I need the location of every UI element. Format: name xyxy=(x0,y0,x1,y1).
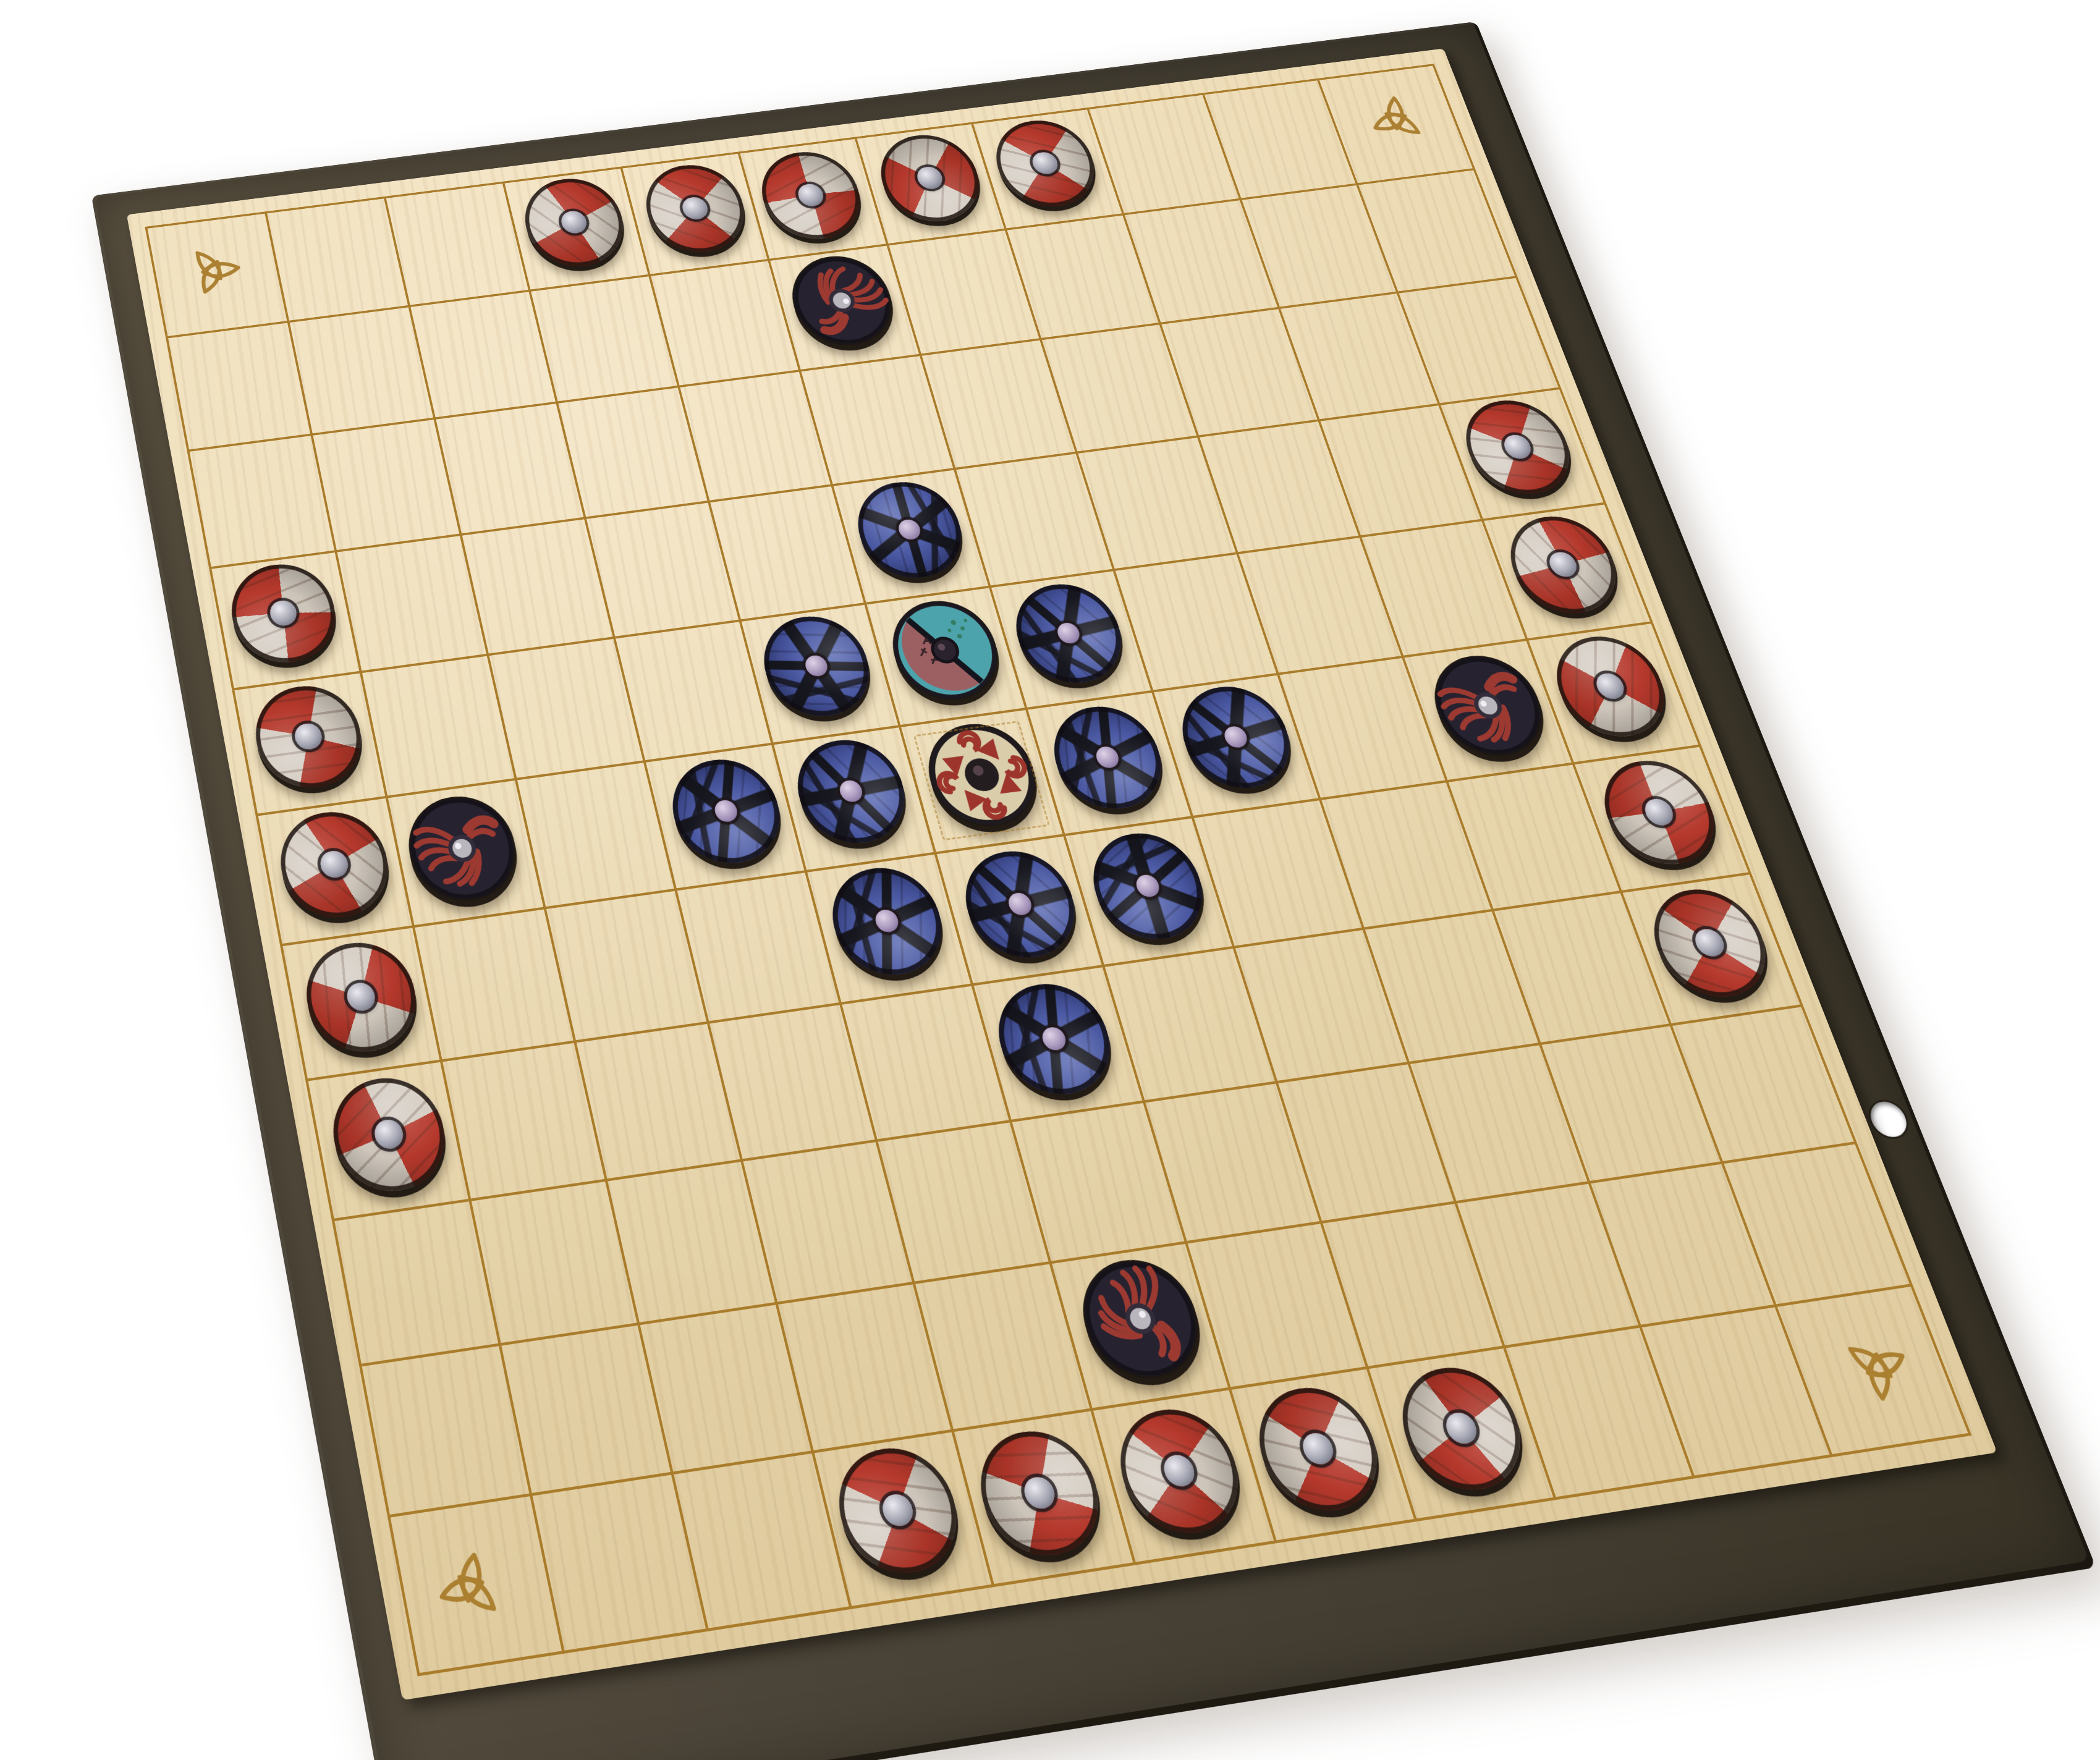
attacker-shield-piece[interactable] xyxy=(636,159,754,257)
attacker-raven-piece[interactable] xyxy=(1420,649,1556,762)
attacker-shield-piece[interactable] xyxy=(967,1423,1112,1563)
attacker-shield-piece[interactable] xyxy=(826,1441,970,1581)
board-cell-b3[interactable] xyxy=(313,420,462,552)
triquetra-icon xyxy=(166,229,268,320)
attacker-raven-piece[interactable] xyxy=(781,250,902,351)
board-cell-a4[interactable] xyxy=(211,552,362,690)
attacker-shield-piece[interactable] xyxy=(1496,510,1630,619)
attacker-shield-piece[interactable] xyxy=(1541,630,1679,742)
board-cell-a3[interactable] xyxy=(190,436,337,569)
defender-shield-piece[interactable] xyxy=(1004,578,1133,688)
attacker-shield-piece[interactable] xyxy=(247,680,370,794)
defender-shield-piece[interactable] xyxy=(1080,827,1215,946)
board-cell-a6[interactable] xyxy=(258,798,415,946)
raven-shield-face xyxy=(396,786,528,911)
game-board xyxy=(127,48,1997,1700)
attacker-shield-piece[interactable] xyxy=(1638,882,1781,1003)
attacker-shield-piece[interactable] xyxy=(223,558,344,668)
attacker-shield-piece[interactable] xyxy=(984,115,1106,211)
special-defender-face xyxy=(886,601,1004,700)
board-cell-a2[interactable] xyxy=(168,323,313,452)
defender-shield-piece[interactable] xyxy=(661,753,790,869)
attacker-shield-piece[interactable] xyxy=(1244,1380,1392,1518)
attacker-shield-piece[interactable] xyxy=(1589,754,1729,871)
attacker-shield-piece[interactable] xyxy=(752,146,871,244)
triquetra-icon xyxy=(1358,90,1434,159)
attacker-shield-piece[interactable] xyxy=(1106,1402,1253,1541)
attacker-raven-piece[interactable] xyxy=(1069,1252,1212,1386)
attacker-shield-piece[interactable] xyxy=(297,936,425,1058)
board-cell-a1[interactable] xyxy=(148,213,290,338)
board-cell-a5[interactable] xyxy=(234,673,387,816)
defender-shield-piece[interactable] xyxy=(753,610,880,722)
defender-shield-piece[interactable] xyxy=(1169,680,1303,795)
board-perspective-wrapper xyxy=(91,22,2096,1760)
board-cell-a8[interactable] xyxy=(308,1062,472,1221)
attacker-raven-piece[interactable] xyxy=(399,790,525,908)
attacker-shield-piece[interactable] xyxy=(870,129,989,226)
board-frame xyxy=(91,22,2096,1760)
defender-shield-piece[interactable] xyxy=(1041,700,1174,815)
attacker-shield-piece[interactable] xyxy=(1386,1360,1536,1497)
raven-shield-face xyxy=(1065,1248,1215,1390)
board-scene xyxy=(185,4,1768,1638)
triquetra-icon xyxy=(1813,1313,1934,1428)
defender-special-piece[interactable] xyxy=(881,594,1009,706)
attacker-shield-piece[interactable] xyxy=(272,805,397,923)
king-piece[interactable] xyxy=(916,717,1048,833)
board-grid xyxy=(145,64,1971,1677)
defender-shield-piece[interactable] xyxy=(985,977,1122,1101)
defender-shield-piece[interactable] xyxy=(786,734,917,850)
board-cell-a7[interactable] xyxy=(282,928,442,1081)
defender-shield-piece[interactable] xyxy=(847,476,973,583)
attacker-shield-piece[interactable] xyxy=(515,173,632,271)
king-face xyxy=(923,722,1040,827)
attacker-shield-piece[interactable] xyxy=(324,1071,454,1198)
hanging-hole xyxy=(1865,1099,1912,1139)
defender-shield-piece[interactable] xyxy=(820,861,953,981)
triquetra-icon xyxy=(420,1526,531,1643)
board-cell-b1[interactable] xyxy=(267,198,410,323)
board-cell-b2[interactable] xyxy=(290,307,436,436)
attacker-shield-piece[interactable] xyxy=(1452,394,1583,499)
defender-shield-piece[interactable] xyxy=(953,844,1087,963)
